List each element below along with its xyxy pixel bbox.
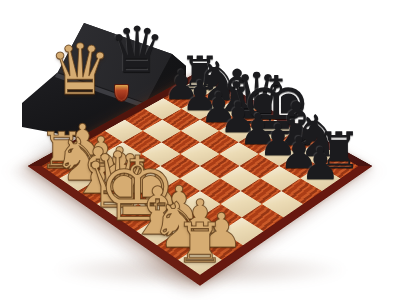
product-photo-stage: ♜♞♝♛♚♝♞♜♟♟♟♟♟♟♟♟♟♟♟♟♟♟♟♟♜♞♝♛♚♝♞♜♛♛ <box>0 0 400 300</box>
